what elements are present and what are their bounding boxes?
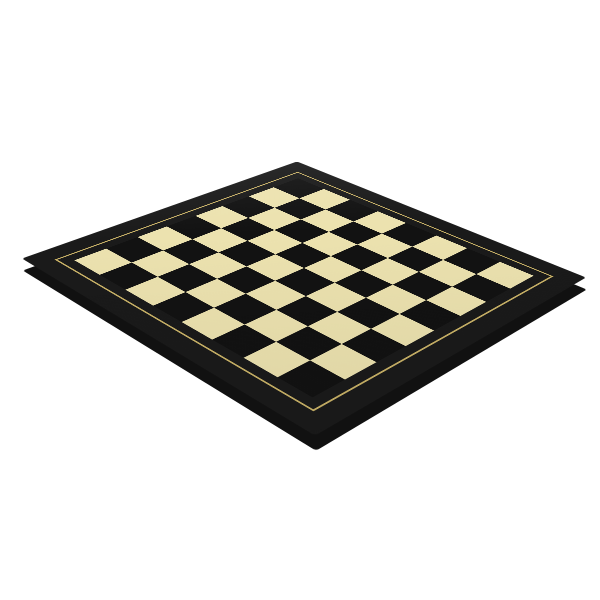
chessboard-squares	[74, 178, 533, 397]
board-frame	[22, 162, 586, 436]
